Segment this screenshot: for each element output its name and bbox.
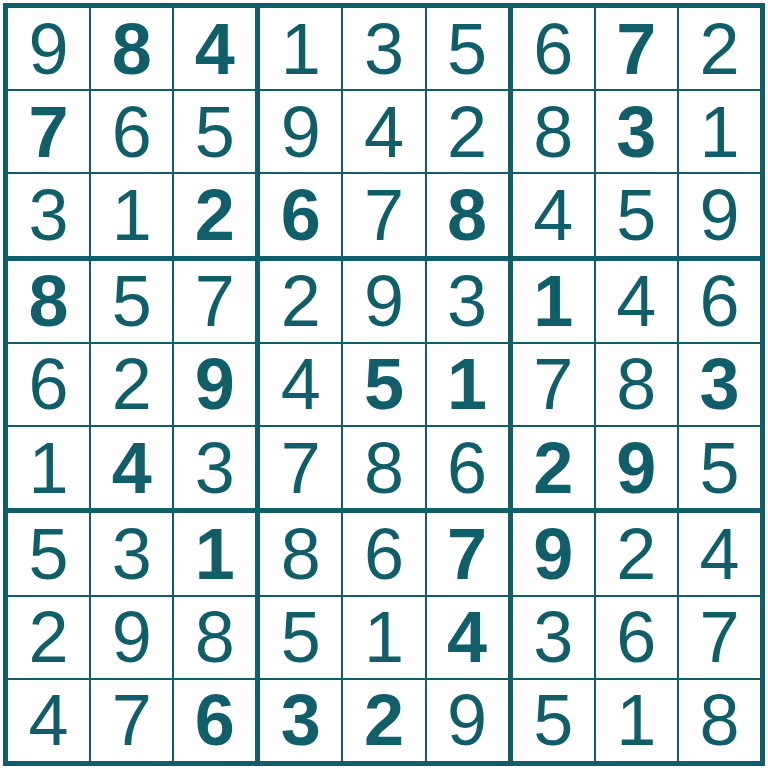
cell-r1c5[interactable]: 3 bbox=[343, 8, 424, 89]
cell-r7c6[interactable]: 7 bbox=[427, 513, 508, 594]
cell-r1c9[interactable]: 2 bbox=[679, 8, 760, 89]
cell-r4c3[interactable]: 7 bbox=[174, 261, 255, 342]
cell-r5c7[interactable]: 7 bbox=[513, 344, 594, 425]
box-3-3: 924367518 bbox=[513, 513, 760, 761]
cell-r5c8[interactable]: 8 bbox=[596, 344, 677, 425]
cell-r6c8[interactable]: 9 bbox=[596, 427, 677, 508]
cell-r8c6[interactable]: 4 bbox=[427, 597, 508, 678]
cell-r9c6[interactable]: 9 bbox=[427, 680, 508, 761]
cell-r7c7[interactable]: 9 bbox=[513, 513, 594, 594]
box-1-3: 672831459 bbox=[513, 8, 760, 256]
cell-r2c2[interactable]: 6 bbox=[91, 91, 172, 172]
cell-r3c9[interactable]: 9 bbox=[679, 174, 760, 255]
cell-r1c3[interactable]: 4 bbox=[174, 8, 255, 89]
cell-r7c9[interactable]: 4 bbox=[679, 513, 760, 594]
cell-r1c1[interactable]: 9 bbox=[8, 8, 89, 89]
cell-r9c1[interactable]: 4 bbox=[8, 680, 89, 761]
cell-r9c4[interactable]: 3 bbox=[260, 680, 341, 761]
cell-r5c4[interactable]: 4 bbox=[260, 344, 341, 425]
cell-r5c5[interactable]: 5 bbox=[343, 344, 424, 425]
cell-r3c5[interactable]: 7 bbox=[343, 174, 424, 255]
sudoku-board: 9847653121359426786728314598576291432934… bbox=[3, 3, 765, 766]
cell-r6c5[interactable]: 8 bbox=[343, 427, 424, 508]
cell-r9c7[interactable]: 5 bbox=[513, 680, 594, 761]
cell-r2c5[interactable]: 4 bbox=[343, 91, 424, 172]
page: 9847653121359426786728314598576291432934… bbox=[0, 0, 768, 769]
cell-r1c7[interactable]: 6 bbox=[513, 8, 594, 89]
cell-r3c2[interactable]: 1 bbox=[91, 174, 172, 255]
box-2-2: 293451786 bbox=[260, 261, 507, 509]
cell-r4c2[interactable]: 5 bbox=[91, 261, 172, 342]
cell-r8c8[interactable]: 6 bbox=[596, 597, 677, 678]
cell-r1c2[interactable]: 8 bbox=[91, 8, 172, 89]
cell-r8c9[interactable]: 7 bbox=[679, 597, 760, 678]
box-1-2: 135942678 bbox=[260, 8, 507, 256]
cell-r4c5[interactable]: 9 bbox=[343, 261, 424, 342]
box-2-1: 857629143 bbox=[8, 261, 255, 509]
cell-r5c2[interactable]: 2 bbox=[91, 344, 172, 425]
cell-r2c9[interactable]: 1 bbox=[679, 91, 760, 172]
cell-r7c8[interactable]: 2 bbox=[596, 513, 677, 594]
cell-r3c7[interactable]: 4 bbox=[513, 174, 594, 255]
cell-r4c4[interactable]: 2 bbox=[260, 261, 341, 342]
cell-r6c9[interactable]: 5 bbox=[679, 427, 760, 508]
cell-r5c3[interactable]: 9 bbox=[174, 344, 255, 425]
cell-r7c3[interactable]: 1 bbox=[174, 513, 255, 594]
cell-r8c1[interactable]: 2 bbox=[8, 597, 89, 678]
cell-r3c4[interactable]: 6 bbox=[260, 174, 341, 255]
box-2-3: 146783295 bbox=[513, 261, 760, 509]
cell-r9c3[interactable]: 6 bbox=[174, 680, 255, 761]
cell-r4c9[interactable]: 6 bbox=[679, 261, 760, 342]
cell-r6c2[interactable]: 4 bbox=[91, 427, 172, 508]
cell-r6c1[interactable]: 1 bbox=[8, 427, 89, 508]
cell-r7c4[interactable]: 8 bbox=[260, 513, 341, 594]
cell-r8c4[interactable]: 5 bbox=[260, 597, 341, 678]
cell-r6c4[interactable]: 7 bbox=[260, 427, 341, 508]
cell-r2c8[interactable]: 3 bbox=[596, 91, 677, 172]
cell-r2c4[interactable]: 9 bbox=[260, 91, 341, 172]
cell-r4c6[interactable]: 3 bbox=[427, 261, 508, 342]
cell-r3c6[interactable]: 8 bbox=[427, 174, 508, 255]
cell-r8c7[interactable]: 3 bbox=[513, 597, 594, 678]
cell-r2c7[interactable]: 8 bbox=[513, 91, 594, 172]
cell-r5c1[interactable]: 6 bbox=[8, 344, 89, 425]
cell-r1c8[interactable]: 7 bbox=[596, 8, 677, 89]
cell-r7c1[interactable]: 5 bbox=[8, 513, 89, 594]
box-3-1: 531298476 bbox=[8, 513, 255, 761]
cell-r7c2[interactable]: 3 bbox=[91, 513, 172, 594]
box-3-2: 867514329 bbox=[260, 513, 507, 761]
cell-r1c4[interactable]: 1 bbox=[260, 8, 341, 89]
cell-r2c6[interactable]: 2 bbox=[427, 91, 508, 172]
cell-r8c3[interactable]: 8 bbox=[174, 597, 255, 678]
cell-r4c1[interactable]: 8 bbox=[8, 261, 89, 342]
cell-r2c1[interactable]: 7 bbox=[8, 91, 89, 172]
cell-r8c2[interactable]: 9 bbox=[91, 597, 172, 678]
cell-r3c8[interactable]: 5 bbox=[596, 174, 677, 255]
cell-r6c3[interactable]: 3 bbox=[174, 427, 255, 508]
cell-r6c7[interactable]: 2 bbox=[513, 427, 594, 508]
cell-r6c6[interactable]: 6 bbox=[427, 427, 508, 508]
cell-r9c9[interactable]: 8 bbox=[679, 680, 760, 761]
cell-r9c8[interactable]: 1 bbox=[596, 680, 677, 761]
cell-r1c6[interactable]: 5 bbox=[427, 8, 508, 89]
cell-r2c3[interactable]: 5 bbox=[174, 91, 255, 172]
cell-r5c9[interactable]: 3 bbox=[679, 344, 760, 425]
cell-r9c2[interactable]: 7 bbox=[91, 680, 172, 761]
cell-r3c3[interactable]: 2 bbox=[174, 174, 255, 255]
cell-r7c5[interactable]: 6 bbox=[343, 513, 424, 594]
cell-r4c8[interactable]: 4 bbox=[596, 261, 677, 342]
cell-r9c5[interactable]: 2 bbox=[343, 680, 424, 761]
cell-r8c5[interactable]: 1 bbox=[343, 597, 424, 678]
box-1-1: 984765312 bbox=[8, 8, 255, 256]
cell-r5c6[interactable]: 1 bbox=[427, 344, 508, 425]
cell-r4c7[interactable]: 1 bbox=[513, 261, 594, 342]
cell-r3c1[interactable]: 3 bbox=[8, 174, 89, 255]
